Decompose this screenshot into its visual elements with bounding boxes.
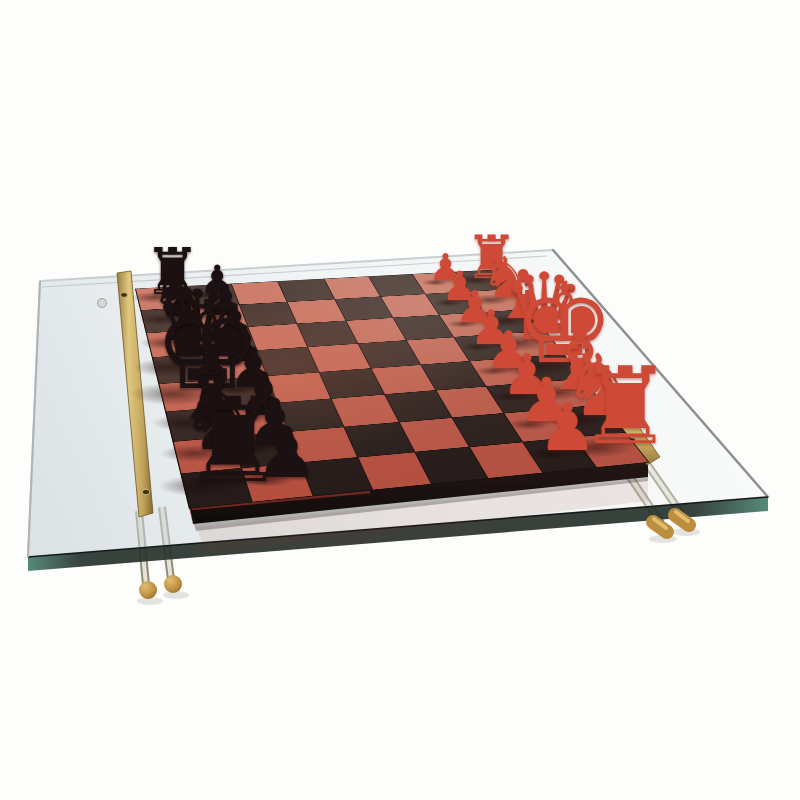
chess-set-photo: ♜♟♟♜♞♟♟♞♝♟♟♝♛♟♟♚♛♟♟♝♚♟♟♞♝♟♟♜♞♟♟♜: [0, 0, 800, 800]
chess-piece-black-rook-h8[interactable]: ♜: [180, 382, 285, 499]
rail-screw: [142, 489, 150, 494]
brass-foot: [139, 581, 157, 599]
chess-piece-white-pawn-h2[interactable]: ♟: [538, 395, 597, 461]
brass-foot: [164, 575, 182, 593]
spacer-knob: [98, 299, 107, 308]
rail-screw: [121, 293, 128, 298]
